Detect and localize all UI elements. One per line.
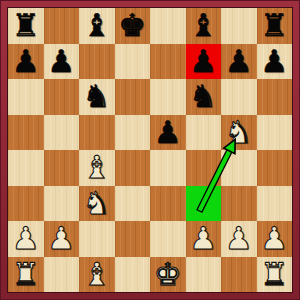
square-g5[interactable]: ♞ xyxy=(221,115,257,151)
piece-white-knight[interactable]: ♞ xyxy=(83,188,111,219)
square-a5[interactable] xyxy=(8,115,44,151)
piece-white-pawn[interactable]: ♟ xyxy=(12,223,40,254)
piece-white-rook[interactable]: ♜ xyxy=(260,259,288,290)
piece-white-pawn[interactable]: ♟ xyxy=(225,223,253,254)
square-c4[interactable]: ♝ xyxy=(79,150,115,186)
square-c8[interactable]: ♝ xyxy=(79,8,115,44)
square-c1[interactable]: ♝ xyxy=(79,257,115,293)
square-a4[interactable] xyxy=(8,150,44,186)
square-e7[interactable] xyxy=(150,44,186,80)
square-d7[interactable] xyxy=(115,44,151,80)
square-f1[interactable] xyxy=(186,257,222,293)
piece-black-rook[interactable]: ♜ xyxy=(260,10,288,41)
square-h2[interactable]: ♟ xyxy=(257,221,293,257)
square-e2[interactable] xyxy=(150,221,186,257)
square-e1[interactable]: ♚ xyxy=(150,257,186,293)
square-e8[interactable] xyxy=(150,8,186,44)
square-d6[interactable] xyxy=(115,79,151,115)
square-h8[interactable]: ♜ xyxy=(257,8,293,44)
piece-white-bishop[interactable]: ♝ xyxy=(83,152,111,183)
square-g3[interactable] xyxy=(221,186,257,222)
piece-white-pawn[interactable]: ♟ xyxy=(47,223,75,254)
piece-white-knight[interactable]: ♞ xyxy=(225,117,253,148)
piece-white-pawn[interactable]: ♟ xyxy=(260,223,288,254)
square-f5[interactable] xyxy=(186,115,222,151)
square-h4[interactable] xyxy=(257,150,293,186)
piece-black-knight[interactable]: ♞ xyxy=(189,81,217,112)
square-a3[interactable] xyxy=(8,186,44,222)
square-h1[interactable]: ♜ xyxy=(257,257,293,293)
square-f2[interactable]: ♟ xyxy=(186,221,222,257)
square-h7[interactable]: ♟ xyxy=(257,44,293,80)
square-d1[interactable] xyxy=(115,257,151,293)
square-f4[interactable] xyxy=(186,150,222,186)
piece-black-pawn[interactable]: ♟ xyxy=(260,46,288,77)
square-c7[interactable] xyxy=(79,44,115,80)
square-b7[interactable]: ♟ xyxy=(44,44,80,80)
piece-black-king[interactable]: ♚ xyxy=(118,10,146,41)
piece-black-pawn[interactable]: ♟ xyxy=(12,46,40,77)
square-e4[interactable] xyxy=(150,150,186,186)
piece-white-rook[interactable]: ♜ xyxy=(12,259,40,290)
board-grid: ♜♝♚♝♜♟♟♟♟♟♞♞♟♞♝♞♟♟♟♟♟♜♝♚♜ xyxy=(8,8,292,292)
square-d4[interactable] xyxy=(115,150,151,186)
square-b8[interactable] xyxy=(44,8,80,44)
square-g7[interactable]: ♟ xyxy=(221,44,257,80)
square-c2[interactable] xyxy=(79,221,115,257)
square-c6[interactable]: ♞ xyxy=(79,79,115,115)
square-g2[interactable]: ♟ xyxy=(221,221,257,257)
piece-white-pawn[interactable]: ♟ xyxy=(189,223,217,254)
square-a8[interactable]: ♜ xyxy=(8,8,44,44)
square-h3[interactable] xyxy=(257,186,293,222)
square-c3[interactable]: ♞ xyxy=(79,186,115,222)
piece-black-knight[interactable]: ♞ xyxy=(83,81,111,112)
square-a2[interactable]: ♟ xyxy=(8,221,44,257)
piece-black-bishop[interactable]: ♝ xyxy=(189,10,217,41)
piece-black-bishop[interactable]: ♝ xyxy=(83,10,111,41)
square-g4[interactable] xyxy=(221,150,257,186)
square-f3[interactable] xyxy=(186,186,222,222)
square-a7[interactable]: ♟ xyxy=(8,44,44,80)
piece-white-king[interactable]: ♚ xyxy=(154,259,182,290)
piece-black-pawn[interactable]: ♟ xyxy=(225,46,253,77)
square-g8[interactable] xyxy=(221,8,257,44)
square-b1[interactable] xyxy=(44,257,80,293)
piece-white-bishop[interactable]: ♝ xyxy=(83,259,111,290)
square-e3[interactable] xyxy=(150,186,186,222)
square-a6[interactable] xyxy=(8,79,44,115)
square-b6[interactable] xyxy=(44,79,80,115)
board-frame: ♜♝♚♝♜♟♟♟♟♟♞♞♟♞♝♞♟♟♟♟♟♜♝♚♜ xyxy=(0,0,300,300)
square-d8[interactable]: ♚ xyxy=(115,8,151,44)
piece-black-pawn[interactable]: ♟ xyxy=(47,46,75,77)
square-b5[interactable] xyxy=(44,115,80,151)
square-f7[interactable]: ♟ xyxy=(186,44,222,80)
square-e5[interactable]: ♟ xyxy=(150,115,186,151)
square-b4[interactable] xyxy=(44,150,80,186)
piece-black-rook[interactable]: ♜ xyxy=(12,10,40,41)
square-d5[interactable] xyxy=(115,115,151,151)
square-b2[interactable]: ♟ xyxy=(44,221,80,257)
square-f8[interactable]: ♝ xyxy=(186,8,222,44)
square-f6[interactable]: ♞ xyxy=(186,79,222,115)
square-b3[interactable] xyxy=(44,186,80,222)
square-a1[interactable]: ♜ xyxy=(8,257,44,293)
square-h5[interactable] xyxy=(257,115,293,151)
square-g6[interactable] xyxy=(221,79,257,115)
square-d2[interactable] xyxy=(115,221,151,257)
piece-black-pawn[interactable]: ♟ xyxy=(189,46,217,77)
square-g1[interactable] xyxy=(221,257,257,293)
square-e6[interactable] xyxy=(150,79,186,115)
piece-black-pawn[interactable]: ♟ xyxy=(154,117,182,148)
square-h6[interactable] xyxy=(257,79,293,115)
square-c5[interactable] xyxy=(79,115,115,151)
square-d3[interactable] xyxy=(115,186,151,222)
